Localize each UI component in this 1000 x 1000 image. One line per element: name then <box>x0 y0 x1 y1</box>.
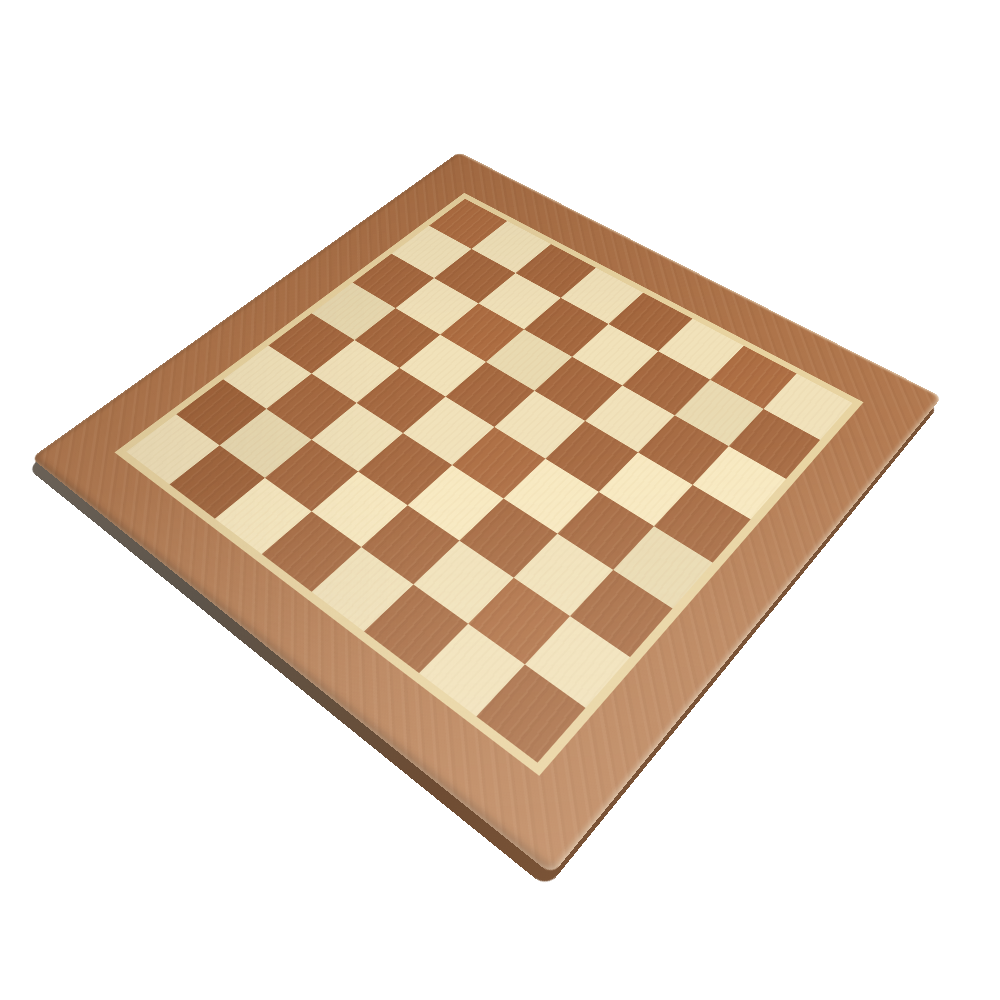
board-grid <box>126 199 852 763</box>
photo-background <box>0 0 1000 1000</box>
chess-board <box>31 152 942 875</box>
board-inlay-border <box>115 193 864 776</box>
